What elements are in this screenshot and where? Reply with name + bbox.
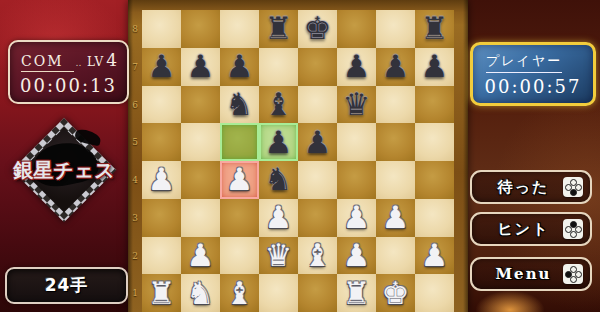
square-h5[interactable] <box>415 123 454 161</box>
square-g8[interactable] <box>376 10 415 48</box>
square-e3[interactable] <box>298 199 337 237</box>
white-pawn: ♟ <box>265 202 293 233</box>
square-a1[interactable]: ♜ <box>142 274 181 312</box>
white-pawn: ♟ <box>187 240 215 271</box>
hint-button[interactable]: ヒント <box>470 212 592 246</box>
player-label: プレイヤー <box>486 52 562 73</box>
white-bishop: ♝ <box>304 240 332 271</box>
controller-pad-icon <box>563 264 583 284</box>
square-f4[interactable] <box>337 161 376 199</box>
square-h1[interactable] <box>415 274 454 312</box>
square-c3[interactable] <box>220 199 259 237</box>
black-knight: ♞ <box>226 89 254 120</box>
black-pawn: ♟ <box>226 51 254 82</box>
square-e5[interactable]: ♟ <box>298 123 337 161</box>
square-d2[interactable]: ♛ <box>259 237 298 275</box>
square-b4[interactable] <box>181 161 220 199</box>
com-level-value: 4 <box>106 50 117 70</box>
white-pawn: ♟ <box>226 164 254 195</box>
hint-button-label: ヒント <box>484 220 563 239</box>
square-c7[interactable]: ♟ <box>220 48 259 86</box>
undo-button-label: 待った <box>484 178 563 197</box>
square-h3[interactable] <box>415 199 454 237</box>
square-f1[interactable]: ♜ <box>337 274 376 312</box>
white-rook: ♜ <box>148 278 176 309</box>
square-e2[interactable]: ♝ <box>298 237 337 275</box>
white-queen: ♛ <box>265 240 293 271</box>
black-queen: ♛ <box>343 89 371 120</box>
square-a4[interactable]: ♟ <box>142 161 181 199</box>
white-bishop: ♝ <box>226 278 254 309</box>
square-g7[interactable]: ♟ <box>376 48 415 86</box>
square-a3[interactable] <box>142 199 181 237</box>
rank-label-4: 4 <box>128 175 142 185</box>
square-g2[interactable] <box>376 237 415 275</box>
square-f6[interactable]: ♛ <box>337 86 376 124</box>
white-knight: ♞ <box>187 278 215 309</box>
white-pawn: ♟ <box>343 240 371 271</box>
square-e6[interactable] <box>298 86 337 124</box>
square-g4[interactable] <box>376 161 415 199</box>
rank-labels: 87654321 <box>128 10 142 312</box>
square-b1[interactable]: ♞ <box>181 274 220 312</box>
square-a7[interactable]: ♟ <box>142 48 181 86</box>
com-clock-panel: COM ‥ LV 4 00:00:13 <box>8 40 129 104</box>
undo-button[interactable]: 待った <box>470 170 592 204</box>
logo-title: 銀星チェス <box>9 157 119 184</box>
square-g6[interactable] <box>376 86 415 124</box>
black-king: ♚ <box>304 13 332 44</box>
square-c6[interactable]: ♞ <box>220 86 259 124</box>
move-counter: 24手 <box>5 267 128 304</box>
black-knight: ♞ <box>265 164 293 195</box>
white-pawn: ♟ <box>343 202 371 233</box>
black-pawn: ♟ <box>265 127 293 158</box>
square-e7[interactable] <box>298 48 337 86</box>
black-pawn: ♟ <box>304 127 332 158</box>
com-dots: ‥ <box>76 58 82 68</box>
com-timer: 00:00:13 <box>10 75 127 96</box>
player-clock-panel: プレイヤー 00:00:57 <box>470 42 596 106</box>
square-c4[interactable]: ♟ <box>220 161 259 199</box>
square-h2[interactable]: ♟ <box>415 237 454 275</box>
rank-label-1: 1 <box>128 288 142 298</box>
square-e1[interactable] <box>298 274 337 312</box>
square-c2[interactable] <box>220 237 259 275</box>
white-pawn: ♟ <box>421 240 449 271</box>
game-screen: 87654321 ♜♚♜♟♟♟♟♟♟♞♝♛♟♟♟♟♞♟♟♟♟♛♝♟♟♜♞♝♜♚ … <box>0 0 600 312</box>
square-a5[interactable] <box>142 123 181 161</box>
square-d5[interactable]: ♟ <box>259 123 298 161</box>
app-logo: 銀星チェス <box>9 115 119 225</box>
black-pawn: ♟ <box>382 51 410 82</box>
square-b5[interactable] <box>181 123 220 161</box>
board-frame: 87654321 ♜♚♜♟♟♟♟♟♟♞♝♛♟♟♟♟♞♟♟♟♟♛♝♟♟♜♞♝♜♚ <box>128 0 468 312</box>
white-king: ♚ <box>382 278 410 309</box>
menu-button-label: Menu <box>484 265 563 283</box>
square-c5[interactable] <box>220 123 259 161</box>
square-f3[interactable]: ♟ <box>337 199 376 237</box>
move-counter-text: 24手 <box>45 274 89 297</box>
square-g1[interactable]: ♚ <box>376 274 415 312</box>
square-h6[interactable] <box>415 86 454 124</box>
black-pawn: ♟ <box>343 51 371 82</box>
square-f5[interactable] <box>337 123 376 161</box>
square-a6[interactable] <box>142 86 181 124</box>
rank-label-5: 5 <box>128 137 142 147</box>
square-b3[interactable] <box>181 199 220 237</box>
square-e4[interactable] <box>298 161 337 199</box>
pad-dot-left <box>565 271 572 278</box>
square-c1[interactable]: ♝ <box>220 274 259 312</box>
com-label: COM <box>21 53 74 72</box>
black-rook: ♜ <box>421 13 449 44</box>
square-d8[interactable]: ♜ <box>259 10 298 48</box>
com-level-label: LV <box>87 55 104 69</box>
square-b6[interactable] <box>181 86 220 124</box>
square-g5[interactable] <box>376 123 415 161</box>
rank-label-2: 2 <box>128 251 142 261</box>
controller-pad-icon <box>563 177 583 197</box>
square-b7[interactable]: ♟ <box>181 48 220 86</box>
square-a8[interactable] <box>142 10 181 48</box>
white-rook: ♜ <box>343 278 371 309</box>
rank-label-6: 6 <box>128 100 142 110</box>
pad-dot-left <box>565 226 572 233</box>
square-f8[interactable] <box>337 10 376 48</box>
square-d1[interactable] <box>259 274 298 312</box>
square-h7[interactable]: ♟ <box>415 48 454 86</box>
white-pawn: ♟ <box>148 164 176 195</box>
square-e8[interactable]: ♚ <box>298 10 337 48</box>
square-g3[interactable]: ♟ <box>376 199 415 237</box>
square-f7[interactable]: ♟ <box>337 48 376 86</box>
menu-button[interactable]: Menu <box>470 257 592 291</box>
black-bishop: ♝ <box>265 89 293 120</box>
com-info-row: COM ‥ LV 4 <box>10 42 127 72</box>
square-c8[interactable] <box>220 10 259 48</box>
rank-label-7: 7 <box>128 62 142 72</box>
square-h4[interactable] <box>415 161 454 199</box>
square-b2[interactable]: ♟ <box>181 237 220 275</box>
square-f2[interactable]: ♟ <box>337 237 376 275</box>
square-d3[interactable]: ♟ <box>259 199 298 237</box>
player-timer: 00:00:57 <box>473 76 593 97</box>
black-rook: ♜ <box>265 13 293 44</box>
white-pawn: ♟ <box>382 202 410 233</box>
black-pawn: ♟ <box>421 51 449 82</box>
rank-label-3: 3 <box>128 213 142 223</box>
black-pawn: ♟ <box>148 51 176 82</box>
chess-board[interactable]: ♜♚♜♟♟♟♟♟♟♞♝♛♟♟♟♟♞♟♟♟♟♛♝♟♟♜♞♝♜♚ <box>142 10 454 312</box>
controller-pad-icon <box>563 219 583 239</box>
square-d4[interactable]: ♞ <box>259 161 298 199</box>
square-d6[interactable]: ♝ <box>259 86 298 124</box>
square-h8[interactable]: ♜ <box>415 10 454 48</box>
square-a2[interactable] <box>142 237 181 275</box>
rank-label-8: 8 <box>128 24 142 34</box>
square-b8[interactable] <box>181 10 220 48</box>
pad-dot-left <box>565 184 572 191</box>
black-pawn: ♟ <box>187 51 215 82</box>
square-d7[interactable] <box>259 48 298 86</box>
